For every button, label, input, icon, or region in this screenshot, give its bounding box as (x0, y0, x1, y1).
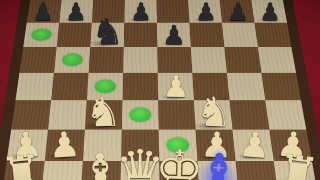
piece-black-pawn-h7[interactable]: ♟ (258, 0, 282, 24)
piece-black-pawn-f7[interactable]: ♟ (193, 0, 217, 24)
piece-black-pawn-b7[interactable]: ♟ (64, 0, 88, 24)
piece-black-pawn-a7[interactable]: ♟ (31, 0, 55, 24)
piece-black-pawn-g7[interactable]: ♟ (226, 0, 250, 24)
piece-black-knight-c6[interactable]: ♞ (89, 14, 124, 49)
chess-app-viewport: ♟♟♟♟♟♟♞♟♟♞♞♟♟♟♟♟♜♝♛♚♝♜ (0, 0, 320, 180)
piece-white-rook-a1[interactable]: ♜ (0, 148, 48, 180)
pieces-layer: ♟♟♟♟♟♟♞♟♟♞♞♟♟♟♟♟♜♝♛♚♝♜ (0, 0, 320, 180)
piece-white-rook-h1[interactable]: ♜ (271, 147, 320, 180)
piece-white-bishop-f1-selected[interactable]: ♝ (192, 146, 246, 180)
piece-white-pawn-e4[interactable]: ♟ (161, 71, 191, 101)
piece-black-pawn-e6[interactable]: ♟ (161, 22, 187, 48)
piece-black-pawn-d7[interactable]: ♟ (129, 0, 153, 24)
piece-white-knight-c3[interactable]: ♞ (83, 91, 124, 132)
